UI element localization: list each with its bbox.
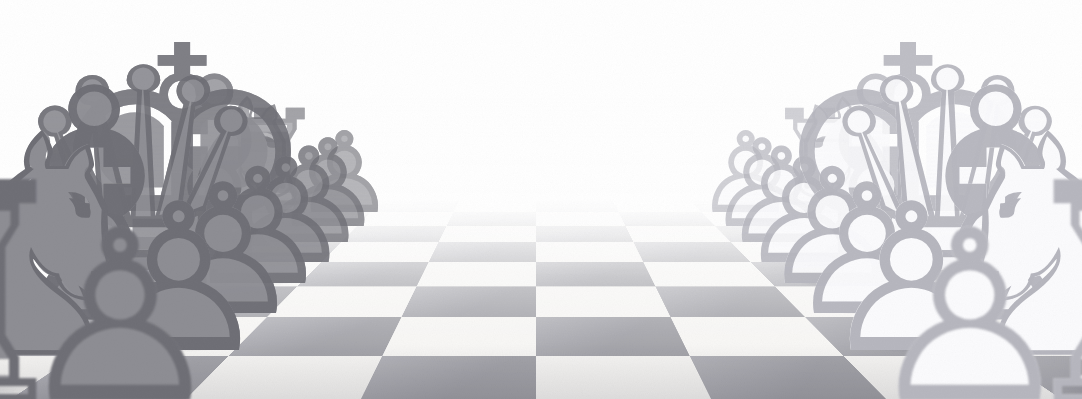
chess-board-grid — [0, 200, 1082, 399]
chessboard-photo: ♜♖♟♙♟♙♜♖♞♘♟♙♟♙♞♘♝♗♟♙♟♙♝♗♚♔♟♙♟♙♚♔♛♕♟♙♟♙♛♕… — [0, 0, 1082, 399]
depth-fog — [0, 200, 1082, 399]
